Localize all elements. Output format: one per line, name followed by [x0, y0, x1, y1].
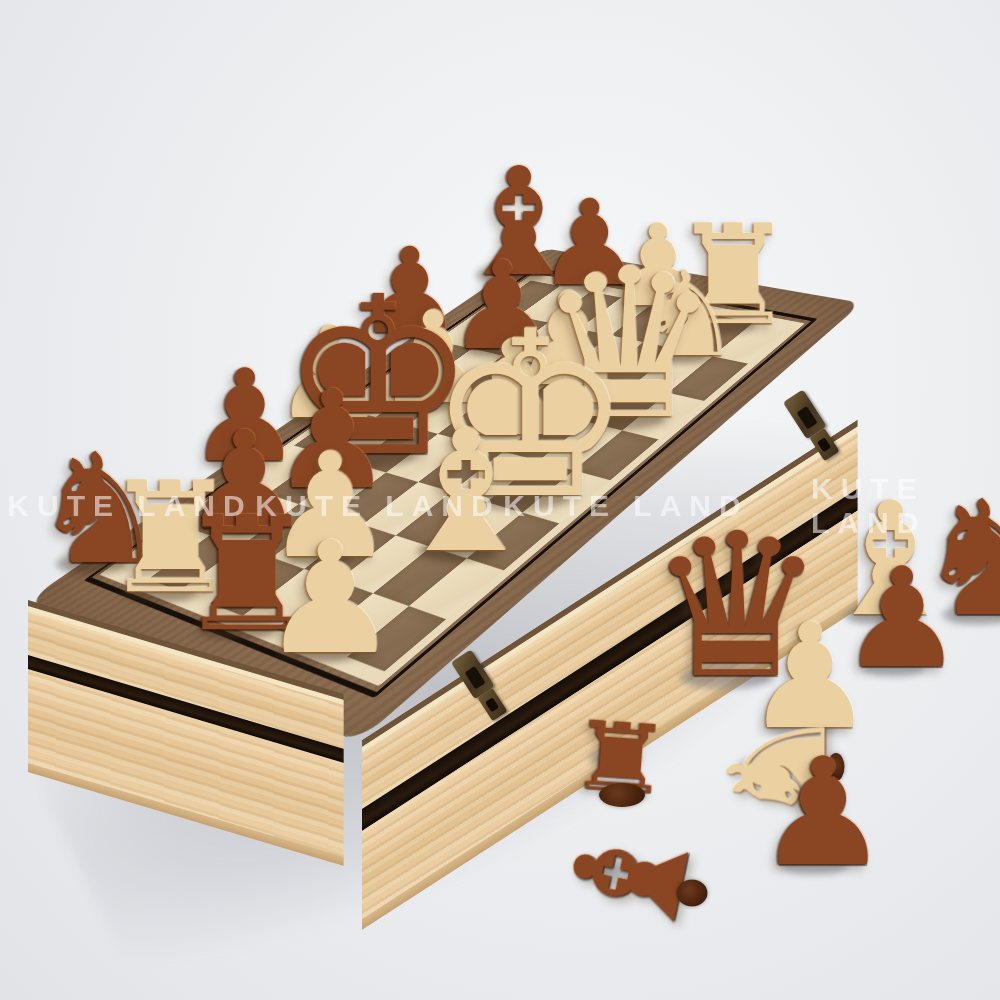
- piece-dark-bishop-table-fallen[interactable]: ♝: [543, 795, 718, 958]
- kute-land-watermark: KUTE LAND: [255, 489, 500, 523]
- kute-land-watermark: KUTE LAND: [7, 489, 252, 523]
- piece-white-pawn-e1[interactable]: ♟: [261, 521, 400, 676]
- piece-dark-pawn-table[interactable]: ♟: [756, 738, 890, 887]
- kute-land-watermark: KUTE LAND: [503, 489, 748, 523]
- fallen-piece-base: [677, 880, 708, 907]
- product-photo-stage: ♝♟♟♜♞♛♟♟♟♚♟♟♟♚♝♟♟♟♟♟♞♜♜♛♝♟♟♞♟♜♞♝ KUTE LA…: [0, 0, 1000, 1000]
- kute-land-watermark: KUTE LAND: [811, 472, 937, 540]
